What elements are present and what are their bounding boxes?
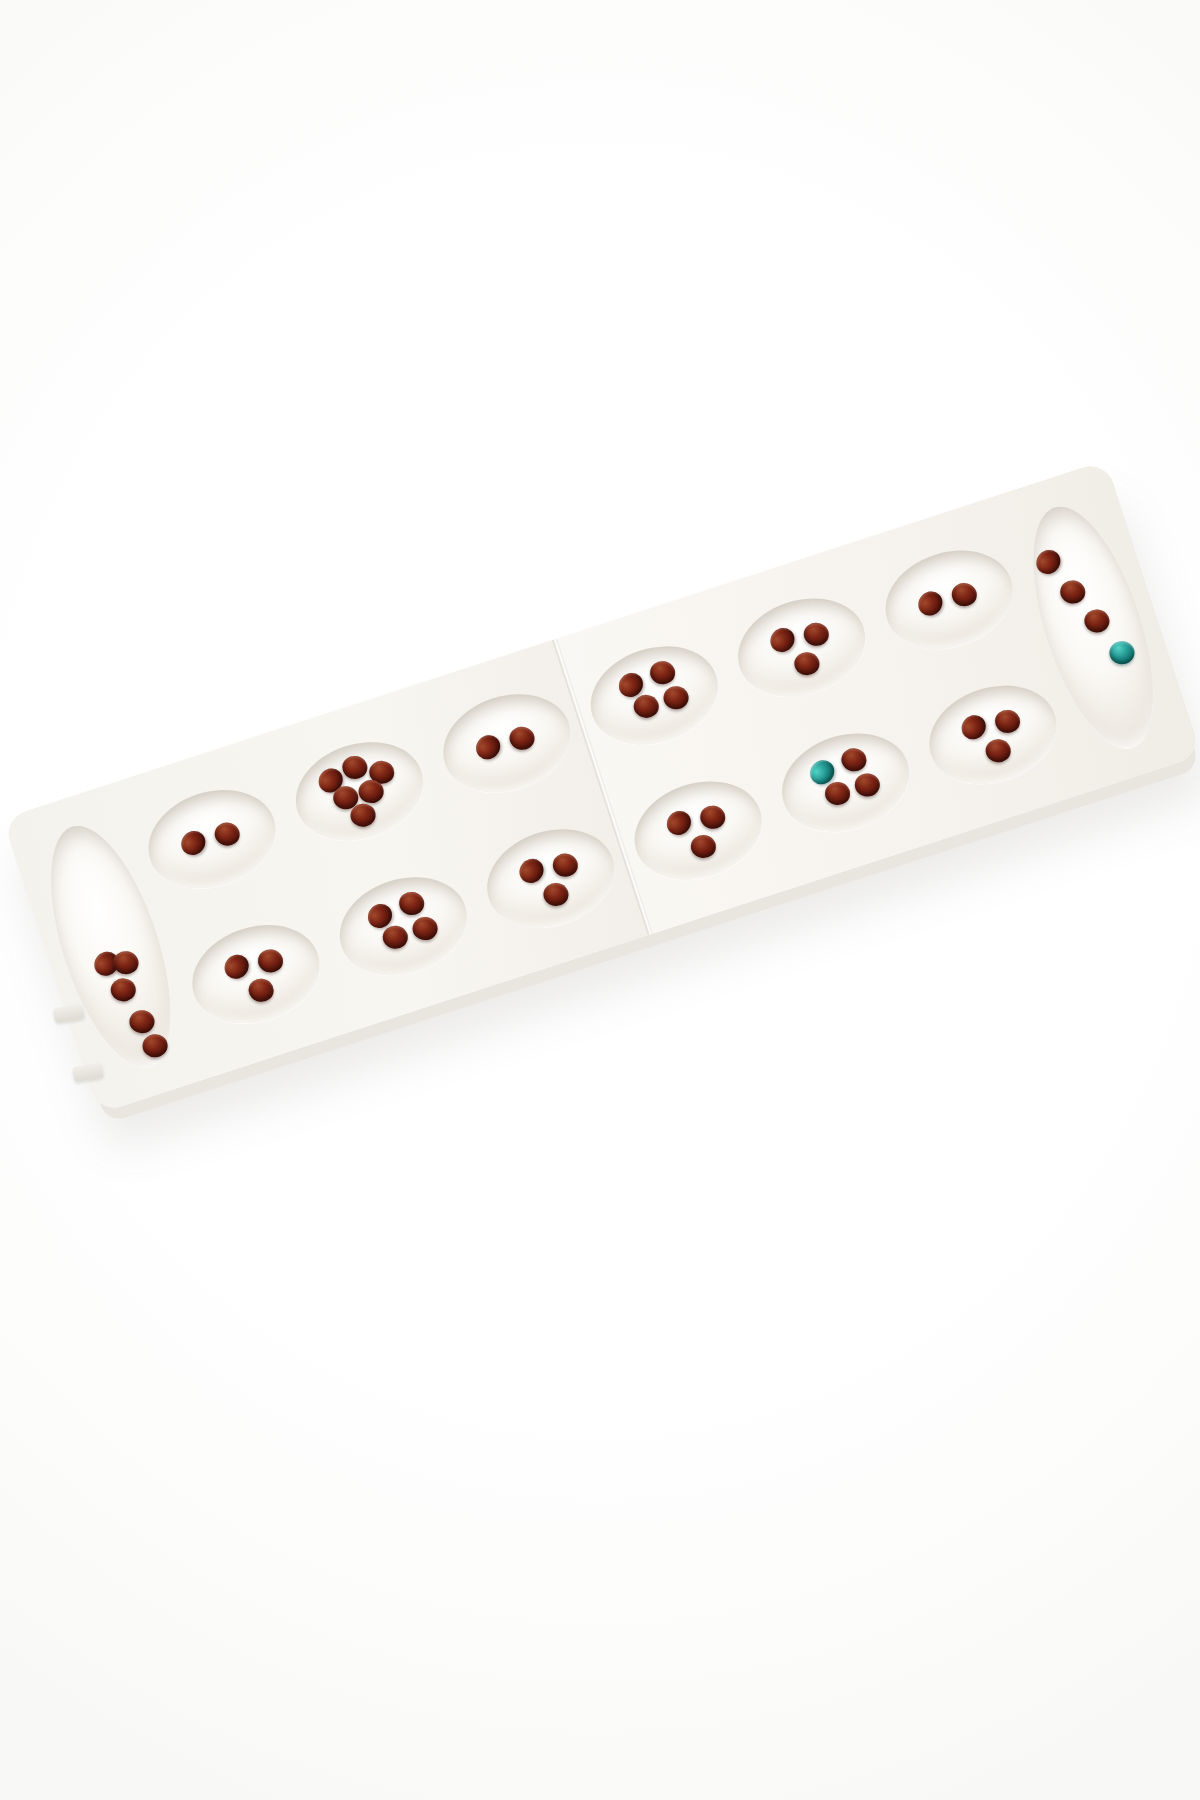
seed [398,891,426,917]
pit-far-1[interactable] [135,774,288,904]
seed [699,805,727,831]
seed [1031,546,1065,580]
pit-near-2[interactable] [326,862,479,992]
mancala-board [2,460,1200,1113]
seed [914,587,948,621]
seed-teal [1109,641,1134,664]
seed [472,730,506,764]
seed [855,773,880,796]
pit-far-3[interactable] [430,679,583,809]
seed [664,686,689,709]
seed [951,582,979,608]
seed [112,950,140,976]
seed [984,739,1011,764]
seed [840,747,868,773]
seed [358,779,384,803]
seed [542,882,569,907]
pit-near-4[interactable] [621,766,774,896]
seed [551,853,579,879]
pit-far-4[interactable] [577,631,730,761]
seed [633,694,660,719]
seed [1059,579,1087,605]
seed [509,725,537,751]
pit-far-6[interactable] [872,535,1025,665]
seed [994,709,1022,735]
pit-near-6[interactable] [916,670,1069,800]
seed [514,854,548,888]
seed [349,803,376,828]
photo-background [0,0,1200,1800]
seed [662,806,696,840]
pit-near-3[interactable] [474,814,627,944]
seed [649,660,677,686]
seed [214,821,242,847]
pit-far-5[interactable] [725,583,878,713]
seed [247,978,274,1003]
seed [824,781,851,806]
seed [690,834,717,859]
pit-far-2[interactable] [283,727,436,857]
pit-near-5[interactable] [769,718,922,848]
seed [382,924,409,949]
seed [957,710,991,744]
seed [129,1010,154,1033]
seed [802,622,830,648]
seed [413,917,438,940]
seed [793,651,820,676]
seed [765,623,799,657]
seed [177,826,211,860]
seed [257,949,285,975]
pit-near-1[interactable] [179,909,332,1039]
seed [220,950,254,984]
seed [1084,608,1111,633]
seed [110,978,137,1003]
seed [341,754,369,780]
pit-grid [112,508,1091,1066]
